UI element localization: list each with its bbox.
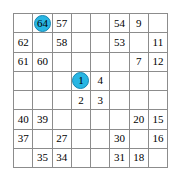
cell-r2c3[interactable]: 58 [53,33,71,51]
given-number: 30 [114,133,125,144]
given-number: 39 [37,114,48,125]
cell-r1c5[interactable] [91,14,109,32]
cell-r3c8[interactable]: 12 [149,53,167,71]
given-number: 12 [152,56,163,67]
cell-r7c3[interactable]: 27 [53,130,71,148]
given-number: 61 [18,56,29,67]
cell-r1c8[interactable] [149,14,167,32]
given-number: 11 [153,37,164,48]
cell-r8c1[interactable] [14,149,32,167]
cell-r5c8[interactable] [149,91,167,109]
given-number: 18 [133,152,144,163]
given-number: 7 [136,56,142,67]
cell-r7c5[interactable] [91,130,109,148]
cell-r5c4[interactable]: 2 [72,91,90,109]
cell-r3c5[interactable] [91,53,109,71]
cell-r4c3[interactable] [53,72,71,90]
hidato-board: 6457549625853116160712142340392015372730… [13,13,168,168]
cell-r2c6[interactable]: 53 [110,33,128,51]
cell-r8c5[interactable] [91,149,109,167]
given-number: 31 [114,152,125,163]
cell-r2c1[interactable]: 62 [14,33,32,51]
given-number: 9 [136,18,142,29]
cell-r8c4[interactable] [72,149,90,167]
cell-r5c2[interactable] [33,91,51,109]
cell-r1c2[interactable]: 64 [33,14,51,32]
cell-r7c4[interactable] [72,130,90,148]
circled-given-number: 64 [34,15,51,32]
cell-r6c4[interactable] [72,110,90,128]
cell-r5c3[interactable] [53,91,71,109]
cell-r4c8[interactable] [149,72,167,90]
cell-r2c5[interactable] [91,33,109,51]
cell-r7c8[interactable]: 16 [149,130,167,148]
given-number: 34 [56,152,67,163]
cell-r1c1[interactable] [14,14,32,32]
cell-r7c2[interactable] [33,130,51,148]
cell-r1c4[interactable] [72,14,90,32]
cell-r4c7[interactable] [130,72,148,90]
given-number: 60 [37,56,48,67]
given-number: 62 [18,37,29,48]
hidato-puzzle-page: 6457549625853116160712142340392015372730… [0,0,180,180]
given-number: 54 [114,18,125,29]
cell-r8c8[interactable] [149,149,167,167]
cell-r8c3[interactable]: 34 [53,149,71,167]
cell-r6c6[interactable] [110,110,128,128]
given-number: 3 [97,95,103,106]
given-number: 58 [56,37,67,48]
cell-r1c7[interactable]: 9 [130,14,148,32]
given-number: 15 [152,114,163,125]
given-number: 35 [37,152,48,163]
cell-r8c6[interactable]: 31 [110,149,128,167]
cell-r3c1[interactable]: 61 [14,53,32,71]
cell-r5c1[interactable] [14,91,32,109]
cell-r5c6[interactable] [110,91,128,109]
given-number: 20 [133,114,144,125]
cell-r4c1[interactable] [14,72,32,90]
cell-r8c7[interactable]: 18 [130,149,148,167]
cell-r1c6[interactable]: 54 [110,14,128,32]
cell-r6c2[interactable]: 39 [33,110,51,128]
cell-r3c2[interactable]: 60 [33,53,51,71]
cell-r3c4[interactable] [72,53,90,71]
cell-r6c8[interactable]: 15 [149,110,167,128]
cell-r2c4[interactable] [72,33,90,51]
cell-r2c7[interactable] [130,33,148,51]
given-number: 2 [78,95,84,106]
given-number: 4 [97,75,103,86]
cell-r3c7[interactable]: 7 [130,53,148,71]
cell-r4c5[interactable]: 4 [91,72,109,90]
cell-r6c3[interactable] [53,110,71,128]
given-number: 57 [56,18,67,29]
given-number: 53 [114,37,125,48]
cell-r5c7[interactable] [130,91,148,109]
cell-r4c2[interactable] [33,72,51,90]
cell-r7c6[interactable]: 30 [110,130,128,148]
cell-r6c7[interactable]: 20 [130,110,148,128]
cell-r5c5[interactable]: 3 [91,91,109,109]
cell-r1c3[interactable]: 57 [53,14,71,32]
given-number: 16 [152,133,163,144]
cell-r2c2[interactable] [33,33,51,51]
given-number: 37 [18,133,29,144]
cell-r6c5[interactable] [91,110,109,128]
given-number: 27 [56,133,67,144]
cell-r3c6[interactable] [110,53,128,71]
cell-r6c1[interactable]: 40 [14,110,32,128]
given-number: 40 [18,114,29,125]
cell-r4c4[interactable]: 1 [72,72,90,90]
cell-r7c7[interactable] [130,130,148,148]
cell-r4c6[interactable] [110,72,128,90]
cell-r8c2[interactable]: 35 [33,149,51,167]
circled-given-number: 1 [72,72,89,89]
cell-r7c1[interactable]: 37 [14,130,32,148]
cell-r3c3[interactable] [53,53,71,71]
cell-r2c8[interactable]: 11 [149,33,167,51]
